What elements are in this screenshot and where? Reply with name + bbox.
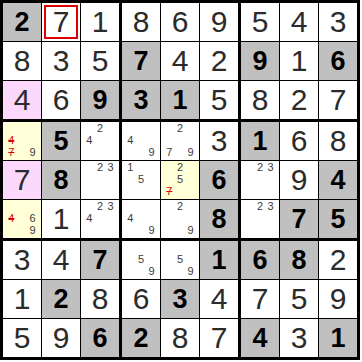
solved-digit: 5 (252, 7, 269, 37)
given-digit: 6 (252, 247, 267, 274)
cell-r7c1[interactable]: 3 (3, 241, 42, 280)
candidate-7: 7 (164, 146, 175, 158)
cell-r1c9[interactable]: 3 (319, 3, 357, 42)
solved-digit: 4 (14, 85, 31, 115)
pencil-marks: 59 (122, 241, 160, 279)
cell-r8c5[interactable]: 3 (161, 280, 200, 319)
cell-r8c3[interactable]: 8 (81, 280, 122, 319)
cell-r3c4[interactable]: 3 (122, 81, 161, 122)
cell-r9c3[interactable]: 6 (81, 319, 122, 357)
cell-r5c3[interactable]: 23 (81, 161, 122, 200)
given-digit: 1 (172, 87, 187, 114)
given-digit: 1 (211, 247, 226, 274)
pencil-marks: 49 (122, 200, 160, 238)
solved-digit: 6 (53, 85, 70, 115)
cell-r7c5[interactable]: 59 (161, 241, 200, 280)
solved-digit: 5 (211, 85, 228, 115)
cell-r2c7[interactable]: 9 (241, 42, 280, 81)
solved-digit: 4 (211, 284, 228, 314)
solved-digit: 6 (291, 126, 308, 156)
cell-r3c5[interactable]: 1 (161, 81, 200, 122)
cell-r4c8[interactable]: 6 (280, 122, 319, 161)
candidate-4: 4 (125, 135, 136, 147)
struck-candidate-7: 7 (6, 146, 17, 158)
pencil-marks: 479 (3, 122, 41, 160)
given-digit: 6 (92, 325, 107, 352)
cell-r6c5[interactable]: 29 (161, 200, 200, 241)
pencil-marks: 23 (241, 200, 279, 238)
candidate-9: 9 (185, 224, 196, 236)
cell-r2c4[interactable]: 7 (122, 42, 161, 81)
cell-r8c8[interactable]: 5 (280, 280, 319, 319)
cell-r5c8[interactable]: 9 (280, 161, 319, 200)
given-digit: 7 (92, 247, 107, 274)
pencil-marks: 279 (161, 122, 199, 160)
given-digit: 7 (291, 206, 306, 233)
solved-digit: 6 (172, 7, 189, 37)
solved-digit: 7 (53, 7, 70, 37)
solved-digit: 7 (14, 165, 31, 195)
given-digit: 9 (252, 48, 267, 75)
cell-r7c4[interactable]: 59 (122, 241, 161, 280)
cell-r9c1[interactable]: 5 (3, 319, 42, 357)
cell-r3c6[interactable]: 5 (200, 81, 241, 122)
solved-digit: 4 (53, 245, 70, 275)
cell-r9c4[interactable]: 2 (122, 319, 161, 357)
cell-r4c4[interactable]: 49 (122, 122, 161, 161)
solved-digit: 8 (252, 85, 269, 115)
cell-r8c6[interactable]: 4 (200, 280, 241, 319)
candidate-5: 5 (136, 254, 147, 266)
given-digit: 1 (252, 128, 267, 155)
cell-r4c7[interactable]: 1 (241, 122, 280, 161)
solved-digit: 5 (14, 323, 31, 353)
pencil-marks: 234 (81, 200, 119, 238)
cell-r4c9[interactable]: 8 (319, 122, 357, 161)
candidate-2: 2 (175, 123, 186, 135)
solved-digit: 3 (53, 46, 70, 76)
given-digit: 2 (14, 9, 29, 36)
solved-digit: 3 (291, 323, 308, 353)
given-digit: 2 (133, 325, 148, 352)
cell-r3c2[interactable]: 6 (42, 81, 81, 122)
cell-r5c5[interactable]: 257 (161, 161, 200, 200)
cell-r6c8[interactable]: 7 (280, 200, 319, 241)
solved-digit: 3 (14, 245, 31, 275)
cell-r4c6[interactable]: 3 (200, 122, 241, 161)
candidate-9: 9 (146, 146, 157, 158)
cell-r5c1[interactable]: 7 (3, 161, 42, 200)
pencil-marks: 23 (241, 161, 279, 199)
cell-r6c6[interactable]: 8 (200, 200, 241, 241)
cell-r1c1[interactable]: 2 (3, 3, 42, 42)
given-digit: 8 (53, 167, 68, 194)
candidate-4: 4 (84, 135, 95, 147)
struck-candidate-4: 4 (6, 213, 17, 225)
candidate-3: 3 (105, 201, 116, 213)
cell-r5c2[interactable]: 8 (42, 161, 81, 200)
cell-r4c1[interactable]: 479 (3, 122, 42, 161)
struck-candidate-7: 7 (164, 185, 175, 197)
struck-candidate-4: 4 (6, 135, 17, 147)
cell-r1c2[interactable]: 7 (42, 3, 81, 42)
cell-r1c8[interactable]: 4 (280, 3, 319, 42)
cell-r2c1[interactable]: 8 (3, 42, 42, 81)
solved-digit: 4 (172, 46, 189, 76)
solved-digit: 8 (92, 284, 109, 314)
cell-r1c3[interactable]: 1 (81, 3, 122, 42)
solved-digit: 4 (291, 7, 308, 37)
candidate-2: 2 (175, 201, 186, 213)
cell-r9c8[interactable]: 3 (280, 319, 319, 357)
solved-digit: 2 (291, 85, 308, 115)
cell-r5c7[interactable]: 23 (241, 161, 280, 200)
solved-digit: 1 (92, 7, 109, 37)
cell-r2c8[interactable]: 1 (280, 42, 319, 81)
candidate-2: 2 (255, 162, 266, 174)
candidate-2: 2 (95, 123, 106, 135)
pencil-marks: 29 (161, 200, 199, 238)
cell-r4c2[interactable]: 5 (42, 122, 81, 161)
cell-r2c5[interactable]: 4 (161, 42, 200, 81)
solved-digit: 2 (330, 245, 347, 275)
cell-r7c6[interactable]: 1 (200, 241, 241, 280)
cell-r7c7[interactable]: 6 (241, 241, 280, 280)
given-digit: 6 (211, 167, 226, 194)
cell-r5c6[interactable]: 6 (200, 161, 241, 200)
candidate-9: 9 (185, 146, 196, 158)
solved-digit: 8 (330, 126, 347, 156)
cell-r3c1[interactable]: 4 (3, 81, 42, 122)
given-digit: 4 (252, 325, 267, 352)
given-digit: 2 (53, 286, 68, 313)
cell-r3c3[interactable]: 9 (81, 81, 122, 122)
solved-digit: 9 (53, 323, 70, 353)
cell-r3c8[interactable]: 2 (280, 81, 319, 122)
cell-r6c1[interactable]: 469 (3, 200, 42, 241)
cell-r6c3[interactable]: 234 (81, 200, 122, 241)
solved-digit: 3 (211, 126, 228, 156)
candidate-5: 5 (136, 174, 147, 186)
given-digit: 4 (330, 167, 345, 194)
cell-r6c7[interactable]: 23 (241, 200, 280, 241)
cell-r7c2[interactable]: 4 (42, 241, 81, 280)
pencil-marks: 15 (122, 161, 160, 199)
solved-digit: 1 (14, 284, 31, 314)
cell-r2c2[interactable]: 3 (42, 42, 81, 81)
candidate-1: 1 (125, 162, 136, 174)
cell-r6c9[interactable]: 5 (319, 200, 357, 241)
solved-digit: 9 (330, 284, 347, 314)
given-digit: 9 (92, 87, 107, 114)
candidate-9: 9 (146, 265, 157, 277)
cell-r8c4[interactable]: 6 (122, 280, 161, 319)
cell-r2c3[interactable]: 5 (81, 42, 122, 81)
candidate-3: 3 (265, 162, 276, 174)
cell-r7c9[interactable]: 2 (319, 241, 357, 280)
cell-r2c6[interactable]: 2 (200, 42, 241, 81)
solved-digit: 9 (211, 7, 228, 37)
solved-digit: 8 (172, 323, 189, 353)
candidate-5: 5 (175, 254, 186, 266)
cell-r5c4[interactable]: 15 (122, 161, 161, 200)
candidate-9: 9 (27, 224, 38, 236)
pencil-marks: 24 (81, 122, 119, 160)
given-digit: 5 (330, 206, 345, 233)
cell-r5c9[interactable]: 4 (319, 161, 357, 200)
candidate-9: 9 (185, 265, 196, 277)
cell-r7c3[interactable]: 7 (81, 241, 122, 280)
cell-r9c2[interactable]: 9 (42, 319, 81, 357)
cell-r3c9[interactable]: 7 (319, 81, 357, 122)
candidate-5: 5 (175, 174, 186, 186)
given-digit: 5 (53, 128, 68, 155)
candidate-9: 9 (146, 224, 157, 236)
solved-digit: 1 (53, 204, 70, 234)
sudoku-board: 2718695438357429164693158274795244927931… (0, 0, 360, 360)
cell-r8c9[interactable]: 9 (319, 280, 357, 319)
solved-digit: 7 (330, 85, 347, 115)
given-digit: 3 (172, 286, 187, 313)
cell-r3c7[interactable]: 8 (241, 81, 280, 122)
cell-r4c5[interactable]: 279 (161, 122, 200, 161)
candidate-2: 2 (95, 162, 106, 174)
solved-digit: 7 (211, 323, 228, 353)
candidate-2: 2 (95, 201, 106, 213)
candidate-9: 9 (27, 146, 38, 158)
solved-digit: 8 (133, 7, 150, 37)
given-digit: 3 (133, 87, 148, 114)
cell-r9c7[interactable]: 4 (241, 319, 280, 357)
given-digit: 8 (291, 247, 306, 274)
cell-r1c4[interactable]: 8 (122, 3, 161, 42)
candidate-2: 2 (175, 162, 186, 174)
solved-digit: 8 (14, 46, 31, 76)
cell-r4c3[interactable]: 24 (81, 122, 122, 161)
solved-digit: 5 (291, 284, 308, 314)
candidate-6: 6 (27, 213, 38, 225)
pencil-marks: 59 (161, 241, 199, 279)
cell-r1c7[interactable]: 5 (241, 3, 280, 42)
solved-digit: 1 (291, 46, 308, 76)
pencil-marks: 469 (3, 200, 41, 238)
given-digit: 1 (330, 325, 345, 352)
candidate-4: 4 (125, 213, 136, 225)
cell-r8c1[interactable]: 1 (3, 280, 42, 319)
cell-r1c6[interactable]: 9 (200, 3, 241, 42)
given-digit: 8 (211, 206, 226, 233)
candidate-2: 2 (255, 201, 266, 213)
cell-r6c4[interactable]: 49 (122, 200, 161, 241)
cell-r1c5[interactable]: 6 (161, 3, 200, 42)
given-digit: 7 (133, 48, 148, 75)
cell-r9c5[interactable]: 8 (161, 319, 200, 357)
pencil-marks: 257 (161, 161, 199, 199)
pencil-marks: 49 (122, 122, 160, 160)
cell-r6c2[interactable]: 1 (42, 200, 81, 241)
cell-r2c9[interactable]: 6 (319, 42, 357, 81)
cell-r9c6[interactable]: 7 (200, 319, 241, 357)
candidate-4: 4 (84, 213, 95, 225)
solved-digit: 3 (330, 7, 347, 37)
solved-digit: 5 (92, 46, 109, 76)
candidate-3: 3 (265, 201, 276, 213)
cell-r9c9[interactable]: 1 (319, 319, 357, 357)
cell-r8c2[interactable]: 2 (42, 280, 81, 319)
solved-digit: 2 (211, 46, 228, 76)
solved-digit: 6 (133, 284, 150, 314)
cell-r7c8[interactable]: 8 (280, 241, 319, 280)
cell-r8c7[interactable]: 7 (241, 280, 280, 319)
given-digit: 6 (330, 48, 345, 75)
candidate-3: 3 (105, 162, 116, 174)
pencil-marks: 23 (81, 161, 119, 199)
solved-digit: 9 (291, 165, 308, 195)
solved-digit: 7 (252, 284, 269, 314)
